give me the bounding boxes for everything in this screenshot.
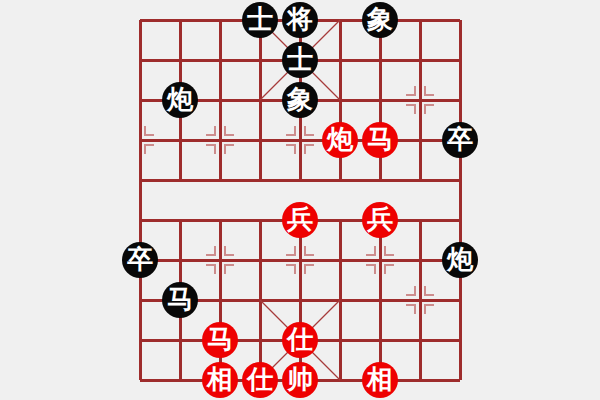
piece-red-advisor[interactable]: 仕 xyxy=(242,362,278,398)
piece-red-advisor[interactable]: 仕 xyxy=(282,322,318,358)
piece-black-elephant[interactable]: 象 xyxy=(362,2,398,38)
piece-red-general[interactable]: 帅 xyxy=(282,362,318,398)
piece-red-soldier[interactable]: 兵 xyxy=(362,202,398,238)
piece-black-cannon[interactable]: 炮 xyxy=(442,242,478,278)
piece-red-elephant[interactable]: 相 xyxy=(362,362,398,398)
piece-black-advisor[interactable]: 士 xyxy=(242,2,278,38)
piece-black-soldier[interactable]: 卒 xyxy=(442,122,478,158)
piece-red-horse[interactable]: 马 xyxy=(202,322,238,358)
piece-red-elephant[interactable]: 相 xyxy=(202,362,238,398)
piece-black-advisor[interactable]: 士 xyxy=(282,42,318,78)
board-grid[interactable]: 士将象士炮象炮马卒兵兵卒炮马马仕相仕帅相 xyxy=(120,0,480,400)
piece-black-elephant[interactable]: 象 xyxy=(282,82,318,118)
piece-black-general[interactable]: 将 xyxy=(282,2,318,38)
piece-red-horse[interactable]: 马 xyxy=(362,122,398,158)
piece-black-cannon[interactable]: 炮 xyxy=(162,82,198,118)
piece-black-horse[interactable]: 马 xyxy=(162,282,198,318)
piece-red-soldier[interactable]: 兵 xyxy=(282,202,318,238)
xiangqi-app: 士将象士炮象炮马卒兵兵卒炮马马仕相仕帅相 xyxy=(0,0,600,400)
piece-red-cannon[interactable]: 炮 xyxy=(322,122,358,158)
piece-black-soldier[interactable]: 卒 xyxy=(122,242,158,278)
